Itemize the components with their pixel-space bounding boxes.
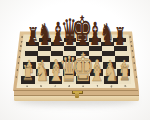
file-label-e-front: e	[82, 85, 84, 88]
file-label-b-back: b	[45, 34, 47, 37]
file-label-e-back: e	[81, 34, 83, 37]
file-label-c-front: c	[54, 85, 56, 88]
rank-label-5-right: 5	[131, 51, 133, 54]
file-label-a-back: a	[33, 34, 35, 37]
chess-set-photo: aabbccddeeffgghh1122334455667788 ♜♞♝♛♚♝♞…	[0, 0, 150, 120]
file-label-d-back: d	[69, 34, 71, 37]
rank-label-8-right: 8	[129, 37, 131, 40]
rank-label-4-right: 4	[132, 56, 134, 59]
rank-label-7-left: 7	[21, 41, 23, 44]
rank-label-8-left: 8	[21, 37, 23, 40]
file-label-d-front: d	[68, 85, 70, 88]
file-label-b-front: b	[40, 85, 42, 88]
rank-label-2-left: 2	[16, 69, 18, 72]
file-label-c-back: c	[57, 34, 59, 37]
rank-label-6-left: 6	[20, 46, 22, 49]
file-label-a-front: a	[26, 85, 28, 88]
rank-label-5-left: 5	[19, 51, 21, 54]
rank-label-1-left: 1	[15, 77, 17, 80]
file-label-f-back: f	[94, 34, 95, 37]
rank-label-6-right: 6	[131, 46, 133, 49]
file-label-h-front: h	[124, 85, 126, 88]
coordinate-labels: aabbccddeeffgghh1122334455667788	[0, 0, 150, 120]
file-label-h-back: h	[118, 34, 120, 37]
rank-label-4-left: 4	[18, 56, 20, 59]
rank-label-7-right: 7	[130, 41, 132, 44]
file-label-g-front: g	[110, 85, 112, 88]
rank-label-1-right: 1	[135, 77, 137, 80]
file-label-g-back: g	[106, 34, 108, 37]
rank-label-3-right: 3	[133, 63, 135, 66]
rank-label-3-left: 3	[17, 63, 19, 66]
file-label-f-front: f	[97, 85, 98, 88]
rank-label-2-right: 2	[134, 69, 136, 72]
